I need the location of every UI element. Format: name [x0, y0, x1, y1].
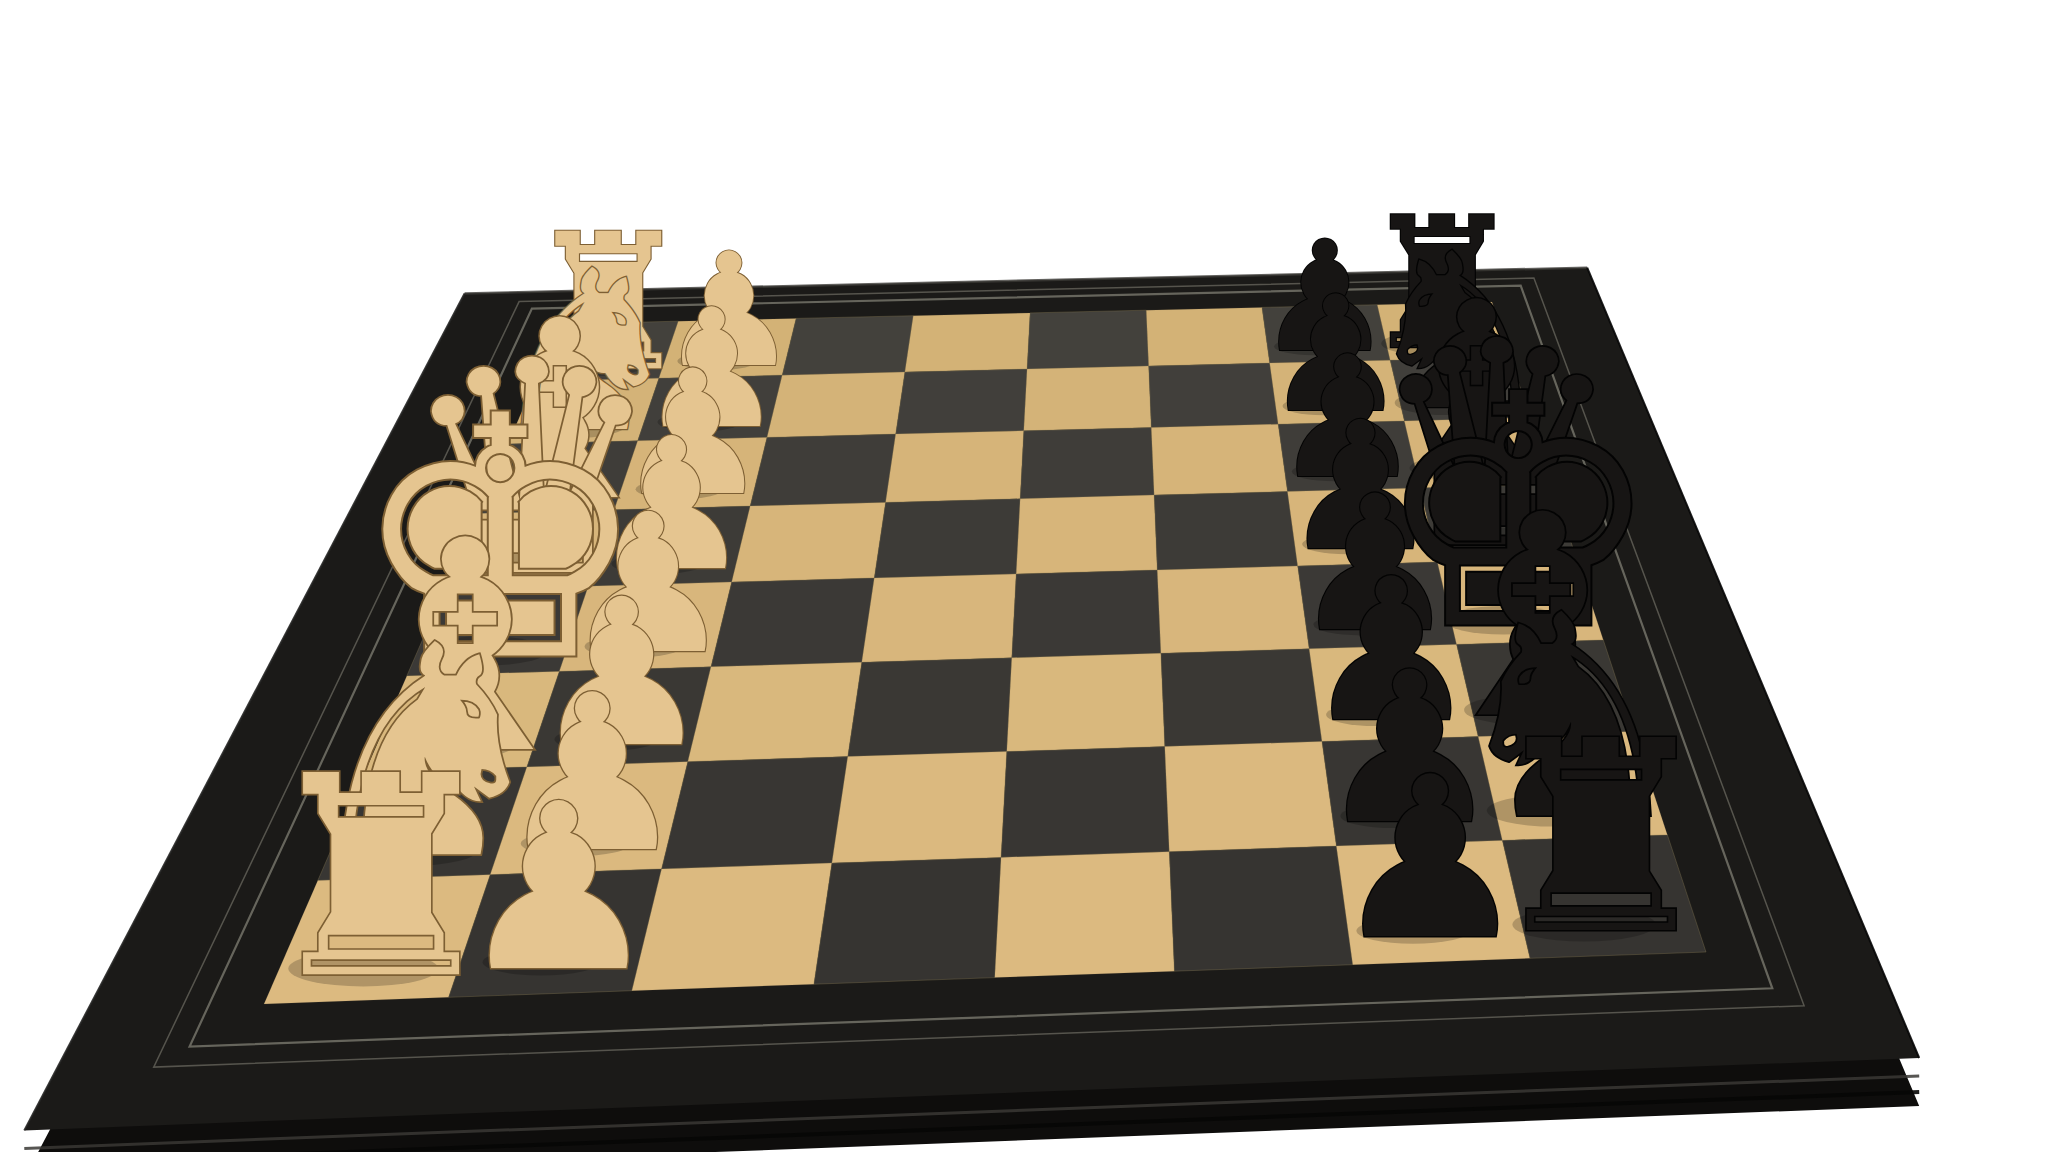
piece-glyph-pawn: ♟ [1330, 729, 1530, 989]
square-a6[interactable] [1146, 307, 1269, 366]
square-a3[interactable] [782, 316, 913, 376]
piece-glyph-rook: ♜ [257, 717, 505, 1039]
square-e5[interactable] [1012, 570, 1161, 658]
square-c5[interactable] [1020, 428, 1154, 499]
square-d5[interactable] [1016, 495, 1157, 574]
scene: ♜♟♟♜♞♟♟♞♝♟♟♝♛♟♟♛♚♟♟♚♝♟♟♝♞♟♟♞♜♟♟♜ [0, 0, 2048, 1152]
piece-white-rook-h1[interactable]: ♜ [257, 717, 505, 1039]
square-h4[interactable] [814, 857, 1001, 984]
square-a5[interactable] [1027, 310, 1149, 369]
square-d4[interactable] [874, 499, 1020, 578]
square-f5[interactable] [1007, 653, 1165, 751]
square-c4[interactable] [886, 431, 1024, 503]
square-b5[interactable] [1024, 366, 1152, 431]
square-e4[interactable] [862, 574, 1016, 662]
square-h5[interactable] [995, 852, 1175, 978]
square-g4[interactable] [832, 752, 1007, 864]
piece-black-pawn-h7[interactable]: ♟ [1330, 729, 1530, 989]
square-f4[interactable] [848, 658, 1012, 757]
chessboard: ♜♟♟♜♞♟♟♞♝♟♟♝♛♟♟♛♚♟♟♚♝♟♟♝♞♟♟♞♜♟♟♜ [0, 0, 2048, 1152]
square-a4[interactable] [905, 313, 1030, 372]
square-g5[interactable] [1001, 747, 1169, 858]
square-b4[interactable] [896, 369, 1027, 434]
